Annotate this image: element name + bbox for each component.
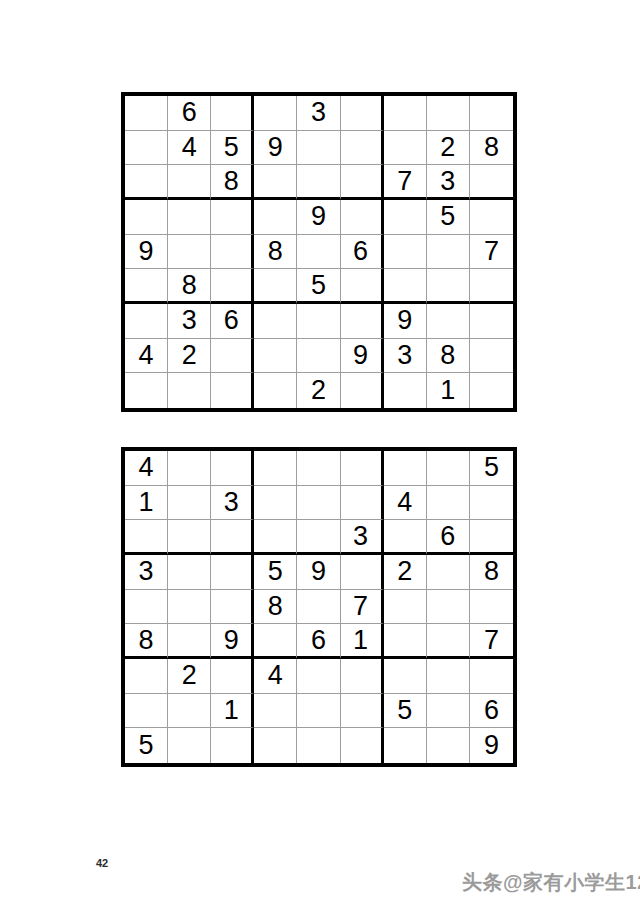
sudoku-cell-r7c7[interactable]: 9 xyxy=(384,304,427,339)
sudoku-cell-r3c8[interactable]: 6 xyxy=(427,520,470,555)
sudoku-cell-r2c5[interactable] xyxy=(297,131,340,166)
sudoku-cell-r4c5[interactable]: 9 xyxy=(297,555,340,590)
sudoku-cell-r7c4[interactable]: 4 xyxy=(254,659,297,694)
sudoku-cell-r2c5[interactable] xyxy=(297,486,340,521)
sudoku-cell-r7c2[interactable]: 3 xyxy=(168,304,211,339)
sudoku-cell-r9c5[interactable] xyxy=(297,728,340,763)
sudoku-cell-r1c8[interactable] xyxy=(427,451,470,486)
sudoku-cell-r2c7[interactable] xyxy=(384,131,427,166)
sudoku-cell-r1c2[interactable] xyxy=(168,451,211,486)
sudoku-cell-r9c8[interactable]: 1 xyxy=(427,373,470,408)
sudoku-cell-r9c7[interactable] xyxy=(384,728,427,763)
sudoku-cell-r9c1[interactable]: 5 xyxy=(125,728,168,763)
sudoku-cell-r2c7[interactable]: 4 xyxy=(384,486,427,521)
sudoku-cell-r4c6[interactable] xyxy=(341,555,384,590)
sudoku-cell-r3c1[interactable] xyxy=(125,520,168,555)
sudoku-cell-r8c3[interactable] xyxy=(211,339,254,374)
sudoku-cell-r4c8[interactable] xyxy=(427,555,470,590)
sudoku-cell-r3c3[interactable]: 8 xyxy=(211,165,254,200)
sudoku-cell-r6c5[interactable]: 6 xyxy=(297,624,340,659)
sudoku-cell-r7c8[interactable] xyxy=(427,304,470,339)
sudoku-cell-r7c4[interactable] xyxy=(254,304,297,339)
sudoku-cell-r1c9[interactable] xyxy=(470,96,513,131)
sudoku-cell-r9c6[interactable] xyxy=(341,728,384,763)
sudoku-cell-r1c8[interactable] xyxy=(427,96,470,131)
sudoku-cell-r5c6[interactable]: 6 xyxy=(341,235,384,270)
sudoku-cell-r7c7[interactable] xyxy=(384,659,427,694)
sudoku-cell-r7c5[interactable] xyxy=(297,659,340,694)
sudoku-cell-r4c3[interactable] xyxy=(211,555,254,590)
sudoku-cell-r1c6[interactable] xyxy=(341,451,384,486)
sudoku-cell-r1c3[interactable] xyxy=(211,451,254,486)
sudoku-cell-r1c1[interactable]: 4 xyxy=(125,451,168,486)
sudoku-cell-r3c7[interactable] xyxy=(384,520,427,555)
sudoku-cell-r7c8[interactable] xyxy=(427,659,470,694)
sudoku-cell-r3c6[interactable] xyxy=(341,165,384,200)
sudoku-cell-r5c6[interactable]: 7 xyxy=(341,590,384,625)
sudoku-cell-r7c2[interactable]: 2 xyxy=(168,659,211,694)
sudoku-cell-r2c6[interactable] xyxy=(341,486,384,521)
sudoku-cell-r3c4[interactable] xyxy=(254,520,297,555)
sudoku-cell-r4c9[interactable] xyxy=(470,200,513,235)
sudoku-cell-r4c1[interactable] xyxy=(125,200,168,235)
sudoku-cell-r9c3[interactable] xyxy=(211,728,254,763)
sudoku-cell-r9c9[interactable] xyxy=(470,373,513,408)
sudoku-cell-r5c7[interactable] xyxy=(384,590,427,625)
sudoku-cell-r5c9[interactable]: 7 xyxy=(470,235,513,270)
sudoku-cell-r1c7[interactable] xyxy=(384,451,427,486)
sudoku-cell-r6c1[interactable]: 8 xyxy=(125,624,168,659)
sudoku-cell-r6c8[interactable] xyxy=(427,624,470,659)
sudoku-cell-r4c6[interactable] xyxy=(341,200,384,235)
sudoku-cell-r4c4[interactable] xyxy=(254,200,297,235)
sudoku-cell-r5c4[interactable]: 8 xyxy=(254,590,297,625)
sudoku-cell-r6c6[interactable] xyxy=(341,269,384,304)
sudoku-cell-r7c6[interactable] xyxy=(341,304,384,339)
sudoku-cell-r7c9[interactable] xyxy=(470,304,513,339)
sudoku-cell-r6c5[interactable]: 5 xyxy=(297,269,340,304)
sudoku-cell-r4c2[interactable] xyxy=(168,555,211,590)
sudoku-cell-r8c6[interactable] xyxy=(341,694,384,729)
sudoku-cell-r9c9[interactable]: 9 xyxy=(470,728,513,763)
sudoku-cell-r8c6[interactable]: 9 xyxy=(341,339,384,374)
sudoku-cell-r6c7[interactable] xyxy=(384,269,427,304)
sudoku-cell-r6c7[interactable] xyxy=(384,624,427,659)
sudoku-cell-r9c7[interactable] xyxy=(384,373,427,408)
sudoku-cell-r3c5[interactable] xyxy=(297,520,340,555)
sudoku-cell-r3c9[interactable] xyxy=(470,165,513,200)
sudoku-cell-r2c3[interactable]: 3 xyxy=(211,486,254,521)
sudoku-cell-r5c1[interactable] xyxy=(125,590,168,625)
sudoku-cell-r5c7[interactable] xyxy=(384,235,427,270)
sudoku-cell-r7c1[interactable] xyxy=(125,659,168,694)
sudoku-cell-r9c1[interactable] xyxy=(125,373,168,408)
sudoku-cell-r4c2[interactable] xyxy=(168,200,211,235)
sudoku-cell-r4c9[interactable]: 8 xyxy=(470,555,513,590)
sudoku-cell-r8c1[interactable] xyxy=(125,694,168,729)
sudoku-cell-r1c4[interactable] xyxy=(254,451,297,486)
sudoku-cell-r5c1[interactable]: 9 xyxy=(125,235,168,270)
sudoku-cell-r1c9[interactable]: 5 xyxy=(470,451,513,486)
sudoku-cell-r7c3[interactable]: 6 xyxy=(211,304,254,339)
sudoku-cell-r9c8[interactable] xyxy=(427,728,470,763)
sudoku-cell-r6c4[interactable] xyxy=(254,269,297,304)
sudoku-cell-r2c2[interactable] xyxy=(168,486,211,521)
sudoku-cell-r5c2[interactable] xyxy=(168,590,211,625)
sudoku-cell-r8c4[interactable] xyxy=(254,339,297,374)
sudoku-cell-r4c5[interactable]: 9 xyxy=(297,200,340,235)
sudoku-cell-r8c9[interactable]: 6 xyxy=(470,694,513,729)
sudoku-cell-r2c2[interactable]: 4 xyxy=(168,131,211,166)
sudoku-cell-r4c4[interactable]: 5 xyxy=(254,555,297,590)
sudoku-board-bottom: 45134363592887896172415659 xyxy=(121,447,517,767)
worksheet-page: 6345928873959867853694293821 45134363592… xyxy=(0,0,640,906)
sudoku-cell-r2c1[interactable]: 1 xyxy=(125,486,168,521)
sudoku-cell-r3c8[interactable]: 3 xyxy=(427,165,470,200)
sudoku-cell-r5c3[interactable] xyxy=(211,235,254,270)
sudoku-cell-r6c2[interactable]: 8 xyxy=(168,269,211,304)
sudoku-cell-r5c5[interactable] xyxy=(297,590,340,625)
sudoku-cell-r2c6[interactable] xyxy=(341,131,384,166)
sudoku-cell-r4c8[interactable]: 5 xyxy=(427,200,470,235)
sudoku-cell-r5c3[interactable] xyxy=(211,590,254,625)
sudoku-cell-r3c2[interactable] xyxy=(168,165,211,200)
sudoku-cell-r4c3[interactable] xyxy=(211,200,254,235)
sudoku-cell-r6c9[interactable]: 7 xyxy=(470,624,513,659)
sudoku-cell-r9c3[interactable] xyxy=(211,373,254,408)
sudoku-cell-r8c5[interactable] xyxy=(297,339,340,374)
sudoku-cell-r2c4[interactable] xyxy=(254,486,297,521)
sudoku-cell-r6c3[interactable] xyxy=(211,269,254,304)
sudoku-cell-r8c1[interactable]: 4 xyxy=(125,339,168,374)
sudoku-cell-r2c4[interactable]: 9 xyxy=(254,131,297,166)
sudoku-cell-r3c1[interactable] xyxy=(125,165,168,200)
sudoku-cell-r2c9[interactable]: 8 xyxy=(470,131,513,166)
sudoku-cell-r6c1[interactable] xyxy=(125,269,168,304)
sudoku-cell-r3c5[interactable] xyxy=(297,165,340,200)
sudoku-cell-r8c9[interactable] xyxy=(470,339,513,374)
sudoku-cell-r5c8[interactable] xyxy=(427,235,470,270)
sudoku-cell-r1c2[interactable]: 6 xyxy=(168,96,211,131)
sudoku-cell-r7c9[interactable] xyxy=(470,659,513,694)
sudoku-cell-r6c2[interactable] xyxy=(168,624,211,659)
sudoku-cell-r3c9[interactable] xyxy=(470,520,513,555)
sudoku-cell-r8c2[interactable] xyxy=(168,694,211,729)
sudoku-cell-r7c3[interactable] xyxy=(211,659,254,694)
sudoku-cell-r3c7[interactable]: 7 xyxy=(384,165,427,200)
sudoku-cell-r8c7[interactable]: 5 xyxy=(384,694,427,729)
sudoku-cell-r9c2[interactable] xyxy=(168,373,211,408)
sudoku-cell-r6c9[interactable] xyxy=(470,269,513,304)
watermark: 头条@家有小学生123 xyxy=(462,869,640,896)
sudoku-cell-r6c6[interactable]: 1 xyxy=(341,624,384,659)
sudoku-cell-r9c5[interactable]: 2 xyxy=(297,373,340,408)
sudoku-cell-r6c8[interactable] xyxy=(427,269,470,304)
sudoku-cell-r1c5[interactable]: 3 xyxy=(297,96,340,131)
sudoku-cell-r1c5[interactable] xyxy=(297,451,340,486)
sudoku-cell-r8c3[interactable]: 1 xyxy=(211,694,254,729)
sudoku-cell-r5c9[interactable] xyxy=(470,590,513,625)
sudoku-cell-r3c3[interactable] xyxy=(211,520,254,555)
sudoku-cell-r1c1[interactable] xyxy=(125,96,168,131)
sudoku-cell-r4c7[interactable] xyxy=(384,200,427,235)
sudoku-board-top: 6345928873959867853694293821 xyxy=(121,92,517,412)
sudoku-cell-r8c5[interactable] xyxy=(297,694,340,729)
sudoku-cell-r8c4[interactable] xyxy=(254,694,297,729)
sudoku-cell-r5c8[interactable] xyxy=(427,590,470,625)
sudoku-cell-r9c4[interactable] xyxy=(254,373,297,408)
sudoku-cell-r8c8[interactable] xyxy=(427,694,470,729)
sudoku-cell-r4c1[interactable]: 3 xyxy=(125,555,168,590)
sudoku-cell-r3c4[interactable] xyxy=(254,165,297,200)
sudoku-cell-r3c2[interactable] xyxy=(168,520,211,555)
sudoku-cell-r2c1[interactable] xyxy=(125,131,168,166)
sudoku-cell-r4c7[interactable]: 2 xyxy=(384,555,427,590)
sudoku-cell-r5c5[interactable] xyxy=(297,235,340,270)
sudoku-cell-r7c5[interactable] xyxy=(297,304,340,339)
page-number: 42 xyxy=(96,857,108,869)
sudoku-cell-r9c2[interactable] xyxy=(168,728,211,763)
sudoku-cell-r2c8[interactable] xyxy=(427,486,470,521)
sudoku-cell-r8c2[interactable]: 2 xyxy=(168,339,211,374)
sudoku-cell-r2c9[interactable] xyxy=(470,486,513,521)
sudoku-cell-r8c7[interactable]: 3 xyxy=(384,339,427,374)
sudoku-cell-r3c6[interactable]: 3 xyxy=(341,520,384,555)
sudoku-cell-r5c4[interactable]: 8 xyxy=(254,235,297,270)
sudoku-cell-r7c1[interactable] xyxy=(125,304,168,339)
sudoku-cell-r6c4[interactable] xyxy=(254,624,297,659)
sudoku-cell-r9c6[interactable] xyxy=(341,373,384,408)
sudoku-cell-r9c4[interactable] xyxy=(254,728,297,763)
sudoku-cell-r2c8[interactable]: 2 xyxy=(427,131,470,166)
sudoku-cell-r5c2[interactable] xyxy=(168,235,211,270)
sudoku-cell-r1c7[interactable] xyxy=(384,96,427,131)
sudoku-cell-r1c3[interactable] xyxy=(211,96,254,131)
sudoku-cell-r1c6[interactable] xyxy=(341,96,384,131)
sudoku-cell-r7c6[interactable] xyxy=(341,659,384,694)
sudoku-cell-r8c8[interactable]: 8 xyxy=(427,339,470,374)
sudoku-cell-r1c4[interactable] xyxy=(254,96,297,131)
sudoku-cell-r6c3[interactable]: 9 xyxy=(211,624,254,659)
sudoku-cell-r2c3[interactable]: 5 xyxy=(211,131,254,166)
